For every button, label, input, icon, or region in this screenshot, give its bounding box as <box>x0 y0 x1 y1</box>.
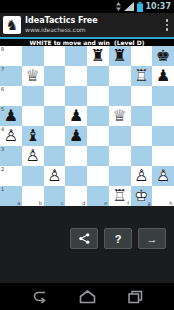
square-d8[interactable] <box>65 46 87 66</box>
piece-bk-h8[interactable]: ♚ <box>152 46 174 66</box>
square-a6[interactable]: 6 <box>0 86 22 106</box>
piece-wq-f5[interactable]: ♛♕ <box>109 106 131 126</box>
square-c4[interactable] <box>44 126 66 146</box>
square-d6[interactable] <box>65 86 87 106</box>
knight-logo-icon: ♞ <box>3 16 21 34</box>
square-d4[interactable]: ♟ <box>65 126 87 146</box>
piece-wq-b7[interactable]: ♛♕ <box>22 66 44 86</box>
square-b5[interactable] <box>22 106 44 126</box>
square-g6[interactable] <box>131 86 153 106</box>
app-header: ♞ IdeaTactics Free www.ideachess.com <box>0 13 174 37</box>
square-e6[interactable] <box>87 86 109 106</box>
square-a7[interactable]: 7 <box>0 66 22 86</box>
piece-wp-h2[interactable]: ♟♙ <box>152 166 174 186</box>
square-a3[interactable]: 3 <box>0 146 22 166</box>
square-c8[interactable] <box>44 46 66 66</box>
square-g1[interactable]: g♚♔ <box>131 186 153 206</box>
piece-bp-d5[interactable]: ♟ <box>65 106 87 126</box>
piece-bp-h7[interactable]: ♟ <box>152 66 174 86</box>
piece-bb-b4[interactable]: ♝ <box>22 126 44 146</box>
square-h3[interactable] <box>152 146 174 166</box>
piece-br-e8[interactable]: ♜ <box>87 46 109 66</box>
rank-label-6: 6 <box>1 86 4 92</box>
square-h2[interactable]: ♟♙ <box>152 166 174 186</box>
piece-bp-d4[interactable]: ♟ <box>65 126 87 146</box>
square-c6[interactable] <box>44 86 66 106</box>
square-d7[interactable] <box>65 66 87 86</box>
square-c5[interactable] <box>44 106 66 126</box>
android-nav-bar <box>0 283 174 310</box>
square-c1[interactable]: c <box>44 186 66 206</box>
square-g3[interactable] <box>131 146 153 166</box>
home-icon[interactable] <box>79 289 96 305</box>
square-g5[interactable] <box>131 106 153 126</box>
piece-wr-g7[interactable]: ♜♖ <box>131 66 153 86</box>
app-screen: 10:37 ♞ IdeaTactics Free www.ideachess.c… <box>0 0 174 310</box>
square-d5[interactable]: ♟ <box>65 106 87 126</box>
puzzle-instruction-text: WHITE to move and win (Level D) <box>30 39 145 46</box>
square-a4[interactable]: 4♟♙ <box>0 126 22 146</box>
square-b7[interactable]: ♛♕ <box>22 66 44 86</box>
square-f6[interactable] <box>109 86 131 106</box>
piece-wr-f1[interactable]: ♜♖ <box>109 186 131 206</box>
status-bar: 10:37 <box>0 0 174 13</box>
square-g2[interactable]: ♟♙ <box>131 166 153 186</box>
rank-label-3: 3 <box>1 146 4 152</box>
square-c7[interactable] <box>44 66 66 86</box>
action-area: ? → <box>0 206 174 283</box>
chess-board: 8♜♜♚7♛♕♜♖♟65♟♟♛♕4♟♙♝♟3♟♙2♟♙♟♙♟♙1abcdef♜♖… <box>0 46 174 206</box>
network-activity-icon <box>116 2 121 11</box>
square-e3[interactable] <box>87 146 109 166</box>
square-g7[interactable]: ♜♖ <box>131 66 153 86</box>
rank-label-7: 7 <box>1 66 4 72</box>
square-h8[interactable]: ♚ <box>152 46 174 66</box>
piece-wk-g1[interactable]: ♚♔ <box>131 186 153 206</box>
square-e1[interactable]: e <box>87 186 109 206</box>
square-f8[interactable]: ♜ <box>109 46 131 66</box>
recents-icon[interactable] <box>127 289 144 305</box>
square-g4[interactable] <box>131 126 153 146</box>
help-button[interactable]: ? <box>104 228 132 249</box>
action-buttons: ? → <box>70 228 166 249</box>
square-b1[interactable]: b <box>22 186 44 206</box>
app-subtitle: www.ideachess.com <box>25 26 98 34</box>
square-f2[interactable] <box>109 166 131 186</box>
square-e7[interactable] <box>87 66 109 86</box>
rank-label-1: 1 <box>1 186 4 192</box>
share-icon <box>78 232 91 245</box>
piece-br-f8[interactable]: ♜ <box>109 46 131 66</box>
overflow-menu-icon[interactable] <box>163 15 172 35</box>
square-h6[interactable] <box>152 86 174 106</box>
square-g8[interactable] <box>131 46 153 66</box>
square-a5[interactable]: 5♟ <box>0 106 22 126</box>
square-b8[interactable] <box>22 46 44 66</box>
square-f3[interactable] <box>109 146 131 166</box>
rank-label-2: 2 <box>1 166 4 172</box>
square-b3[interactable]: ♟♙ <box>22 146 44 166</box>
battery-icon <box>137 2 143 12</box>
piece-wp-g2[interactable]: ♟♙ <box>131 166 153 186</box>
square-f5[interactable]: ♛♕ <box>109 106 131 126</box>
square-e4[interactable] <box>87 126 109 146</box>
piece-wp-b3[interactable]: ♟♙ <box>22 146 44 166</box>
square-d1[interactable]: d <box>65 186 87 206</box>
piece-wp-a4[interactable]: ♟♙ <box>0 126 22 146</box>
app-titles: IdeaTactics Free www.ideachess.com <box>25 16 98 34</box>
square-a2[interactable]: 2 <box>0 166 22 186</box>
square-b4[interactable]: ♝ <box>22 126 44 146</box>
square-d2[interactable] <box>65 166 87 186</box>
back-icon[interactable] <box>31 289 48 305</box>
square-d3[interactable] <box>65 146 87 166</box>
square-b6[interactable] <box>22 86 44 106</box>
signal-icon <box>124 2 134 11</box>
square-f4[interactable] <box>109 126 131 146</box>
square-f7[interactable] <box>109 66 131 86</box>
square-b2[interactable] <box>22 166 44 186</box>
square-c3[interactable] <box>44 146 66 166</box>
square-e2[interactable] <box>87 166 109 186</box>
piece-wp-c2[interactable]: ♟♙ <box>44 166 66 186</box>
square-e5[interactable] <box>87 106 109 126</box>
square-e8[interactable]: ♜ <box>87 46 109 66</box>
clock: 10:37 <box>146 0 171 13</box>
square-a1[interactable]: 1a <box>0 186 22 206</box>
square-h5[interactable] <box>152 106 174 126</box>
square-c2[interactable]: ♟♙ <box>44 166 66 186</box>
square-f1[interactable]: f♜♖ <box>109 186 131 206</box>
puzzle-instruction-bar: WHITE to move and win (Level D) <box>0 39 174 46</box>
piece-bp-a5[interactable]: ♟ <box>0 106 22 126</box>
rank-label-8: 8 <box>1 46 4 52</box>
square-h7[interactable]: ♟ <box>152 66 174 86</box>
square-a8[interactable]: 8 <box>0 46 22 66</box>
square-h1[interactable]: h <box>152 186 174 206</box>
share-button[interactable] <box>70 228 98 249</box>
square-h4[interactable] <box>152 126 174 146</box>
next-puzzle-button[interactable]: → <box>138 228 166 249</box>
app-title: IdeaTactics Free <box>25 16 98 26</box>
